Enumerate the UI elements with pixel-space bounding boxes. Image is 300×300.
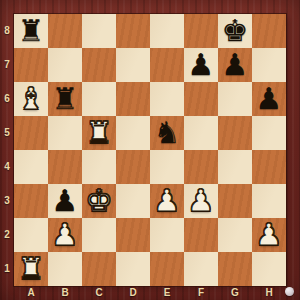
- square-f7[interactable]: ♟: [184, 48, 218, 82]
- square-d1[interactable]: [116, 252, 150, 286]
- square-a5[interactable]: [14, 116, 48, 150]
- white-king-c3[interactable]: ♚: [82, 184, 116, 218]
- square-b3[interactable]: ♟: [48, 184, 82, 218]
- square-h7[interactable]: [252, 48, 286, 82]
- square-a1[interactable]: ♜: [14, 252, 48, 286]
- square-g5[interactable]: [218, 116, 252, 150]
- white-rook-a1[interactable]: ♜: [14, 252, 48, 286]
- square-f6[interactable]: [184, 82, 218, 116]
- chess-diagram: ♜♚♟♟♝♜♟♜♞♟♚♟♟♟♟♜ 87654321ABCDEFGH: [0, 0, 300, 300]
- file-label-e: E: [150, 287, 184, 300]
- square-f1[interactable]: [184, 252, 218, 286]
- white-pawn-e3[interactable]: ♟: [150, 184, 184, 218]
- black-pawn-h6[interactable]: ♟: [252, 82, 286, 116]
- square-a6[interactable]: ♝: [14, 82, 48, 116]
- square-e1[interactable]: [150, 252, 184, 286]
- white-pawn-f3[interactable]: ♟: [184, 184, 218, 218]
- black-pawn-b3[interactable]: ♟: [48, 184, 82, 218]
- square-c8[interactable]: [82, 14, 116, 48]
- file-label-b: B: [48, 287, 82, 300]
- square-b7[interactable]: [48, 48, 82, 82]
- white-pawn-h2[interactable]: ♟: [252, 218, 286, 252]
- square-g2[interactable]: [218, 218, 252, 252]
- file-label-c: C: [82, 287, 116, 300]
- file-label-d: D: [116, 287, 150, 300]
- corner-dot: [285, 287, 294, 296]
- rank-label-7: 7: [0, 48, 14, 82]
- square-g4[interactable]: [218, 150, 252, 184]
- square-c7[interactable]: [82, 48, 116, 82]
- square-e3[interactable]: ♟: [150, 184, 184, 218]
- square-e8[interactable]: [150, 14, 184, 48]
- square-h4[interactable]: [252, 150, 286, 184]
- square-g1[interactable]: [218, 252, 252, 286]
- black-pawn-f7[interactable]: ♟: [184, 48, 218, 82]
- square-c6[interactable]: [82, 82, 116, 116]
- black-king-g8[interactable]: ♚: [218, 14, 252, 48]
- square-f2[interactable]: [184, 218, 218, 252]
- file-label-g: G: [218, 287, 252, 300]
- file-label-h: H: [252, 287, 286, 300]
- square-b1[interactable]: [48, 252, 82, 286]
- square-d4[interactable]: [116, 150, 150, 184]
- square-e7[interactable]: [150, 48, 184, 82]
- file-label-a: A: [14, 287, 48, 300]
- black-knight-e5[interactable]: ♞: [150, 116, 184, 150]
- rank-label-6: 6: [0, 82, 14, 116]
- square-c5[interactable]: ♜: [82, 116, 116, 150]
- square-a4[interactable]: [14, 150, 48, 184]
- rank-label-4: 4: [0, 150, 14, 184]
- square-c1[interactable]: [82, 252, 116, 286]
- file-label-f: F: [184, 287, 218, 300]
- square-h8[interactable]: [252, 14, 286, 48]
- rank-label-8: 8: [0, 14, 14, 48]
- square-g6[interactable]: [218, 82, 252, 116]
- square-h1[interactable]: [252, 252, 286, 286]
- square-c3[interactable]: ♚: [82, 184, 116, 218]
- square-e2[interactable]: [150, 218, 184, 252]
- square-h5[interactable]: [252, 116, 286, 150]
- square-e6[interactable]: [150, 82, 184, 116]
- square-d8[interactable]: [116, 14, 150, 48]
- square-g8[interactable]: ♚: [218, 14, 252, 48]
- white-pawn-b2[interactable]: ♟: [48, 218, 82, 252]
- square-a8[interactable]: ♜: [14, 14, 48, 48]
- square-c2[interactable]: [82, 218, 116, 252]
- square-d3[interactable]: [116, 184, 150, 218]
- square-d5[interactable]: [116, 116, 150, 150]
- square-d7[interactable]: [116, 48, 150, 82]
- square-c4[interactable]: [82, 150, 116, 184]
- white-rook-c5[interactable]: ♜: [82, 116, 116, 150]
- square-d2[interactable]: [116, 218, 150, 252]
- rank-label-1: 1: [0, 252, 14, 286]
- square-g7[interactable]: ♟: [218, 48, 252, 82]
- square-b5[interactable]: [48, 116, 82, 150]
- square-a7[interactable]: [14, 48, 48, 82]
- white-bishop-a6[interactable]: ♝: [14, 82, 48, 116]
- square-h6[interactable]: ♟: [252, 82, 286, 116]
- chess-board[interactable]: ♜♚♟♟♝♜♟♜♞♟♚♟♟♟♟♜: [14, 14, 286, 286]
- square-e4[interactable]: [150, 150, 184, 184]
- black-pawn-g7[interactable]: ♟: [218, 48, 252, 82]
- square-b2[interactable]: ♟: [48, 218, 82, 252]
- rank-label-5: 5: [0, 116, 14, 150]
- rank-label-3: 3: [0, 184, 14, 218]
- square-f8[interactable]: [184, 14, 218, 48]
- square-h2[interactable]: ♟: [252, 218, 286, 252]
- square-a2[interactable]: [14, 218, 48, 252]
- square-f3[interactable]: ♟: [184, 184, 218, 218]
- square-b6[interactable]: ♜: [48, 82, 82, 116]
- square-f5[interactable]: [184, 116, 218, 150]
- square-f4[interactable]: [184, 150, 218, 184]
- rank-label-2: 2: [0, 218, 14, 252]
- square-a3[interactable]: [14, 184, 48, 218]
- black-rook-a8[interactable]: ♜: [14, 14, 48, 48]
- square-d6[interactable]: [116, 82, 150, 116]
- square-e5[interactable]: ♞: [150, 116, 184, 150]
- square-h3[interactable]: [252, 184, 286, 218]
- square-b4[interactable]: [48, 150, 82, 184]
- black-rook-b6[interactable]: ♜: [48, 82, 82, 116]
- square-g3[interactable]: [218, 184, 252, 218]
- square-b8[interactable]: [48, 14, 82, 48]
